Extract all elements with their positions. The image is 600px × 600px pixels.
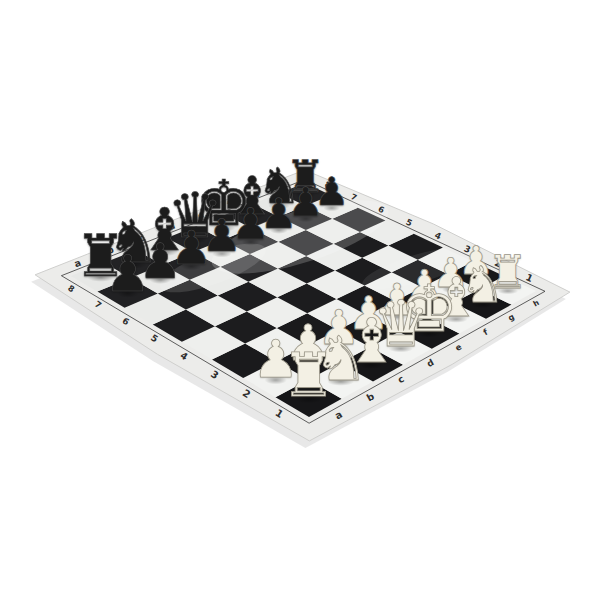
piece-black-bishop-c8: ♝ <box>138 200 191 259</box>
piece-white-pawn-g2: ♟ <box>433 253 469 294</box>
piece-white-pawn-e2: ♟ <box>377 278 416 322</box>
piece-shadow-h7 <box>320 203 344 212</box>
piece-black-rook-a8: ♜ <box>75 226 127 284</box>
piece-shadow-f7 <box>266 225 291 235</box>
piece-shadow-c2 <box>324 342 353 353</box>
piece-white-king-e1: ♚ <box>400 276 458 341</box>
piece-shadow-f8 <box>236 212 267 222</box>
piece-white-queen-d1: ♛ <box>372 292 429 356</box>
piece-shadow-d8 <box>178 235 212 245</box>
piece-shadow-f2 <box>412 298 438 308</box>
piece-white-knight-b1: ♞ <box>313 327 368 388</box>
piece-black-knight-b8: ♞ <box>107 212 160 271</box>
piece-black-knight-g8: ♞ <box>257 162 301 211</box>
piece-shadow-d1 <box>384 344 418 355</box>
piece-shadow-a8 <box>82 272 120 283</box>
piece-shadow-b2 <box>293 357 323 368</box>
piece-shadow-b1 <box>322 376 360 387</box>
piece-white-bishop-f1: ♝ <box>432 271 480 325</box>
piece-white-pawn-c2: ♟ <box>318 305 361 353</box>
piece-white-pawn-a2: ♟ <box>253 334 300 386</box>
piece-shadow-h2 <box>464 272 488 281</box>
piece-black-rook-h8: ♜ <box>285 155 325 200</box>
piece-black-pawn-b7: ♟ <box>138 237 181 286</box>
piece-shadow-a2 <box>260 374 292 386</box>
piece-white-pawn-h2: ♟ <box>459 241 494 280</box>
piece-shadow-d7 <box>208 249 235 259</box>
piece-shadow-a7 <box>112 288 143 300</box>
piece-shadow-f1 <box>441 314 473 324</box>
piece-shadow-e8 <box>208 223 240 233</box>
piece-white-pawn-f2: ♟ <box>405 265 443 307</box>
piece-shadow-c1 <box>354 359 390 370</box>
piece-black-pawn-g7: ♟ <box>288 183 324 223</box>
piece-black-pawn-h7: ♟ <box>314 173 349 212</box>
piece-shadow-e2 <box>384 312 411 322</box>
piece-black-pawn-d7: ♟ <box>201 214 241 259</box>
piece-shadow-g8 <box>264 201 294 210</box>
pieces-layer: ♜♞♟♝♟♚♟♛♟♝♟♞♟♟♜♟♟♜♟♟♞♟♝♟♚♟♛♟♝♟♞♜ <box>0 0 600 600</box>
piece-white-pawn-d2: ♟ <box>348 291 389 337</box>
piece-white-bishop-c1: ♝ <box>344 311 399 372</box>
piece-shadow-c7 <box>177 261 205 272</box>
piece-shadow-d2 <box>355 327 383 337</box>
piece-shadow-g2 <box>438 285 463 294</box>
piece-black-pawn-f7: ♟ <box>260 193 297 235</box>
piece-black-bishop-f8: ♝ <box>228 170 275 223</box>
piece-shadow-g1 <box>467 300 498 309</box>
piece-white-rook-h1: ♜ <box>487 251 528 296</box>
piece-black-pawn-e7: ♟ <box>231 203 270 246</box>
piece-shadow-b8 <box>115 259 151 270</box>
piece-shadow-e1 <box>413 329 446 339</box>
piece-white-knight-g1: ♞ <box>460 260 505 310</box>
piece-white-pawn-b2: ♟ <box>286 319 331 369</box>
piece-shadow-c8 <box>147 247 182 258</box>
piece-shadow-g7 <box>293 214 317 223</box>
piece-shadow-h1 <box>493 287 522 296</box>
piece-black-king-e8: ♚ <box>196 172 253 235</box>
piece-shadow-b7 <box>145 274 174 285</box>
piece-white-rook-a1: ♜ <box>282 345 336 405</box>
piece-black-pawn-a7: ♟ <box>105 249 150 299</box>
piece-black-queen-d8: ♛ <box>167 185 223 247</box>
piece-shadow-e7 <box>237 237 263 247</box>
piece-shadow-h8 <box>291 191 320 200</box>
chess-set-photo: 11aa22bb33cc44dd55ee66ff77gg88hh ♜♞♟♝♟♚♟… <box>0 0 600 600</box>
piece-black-pawn-c7: ♟ <box>171 225 213 272</box>
piece-shadow-a1 <box>289 393 328 405</box>
